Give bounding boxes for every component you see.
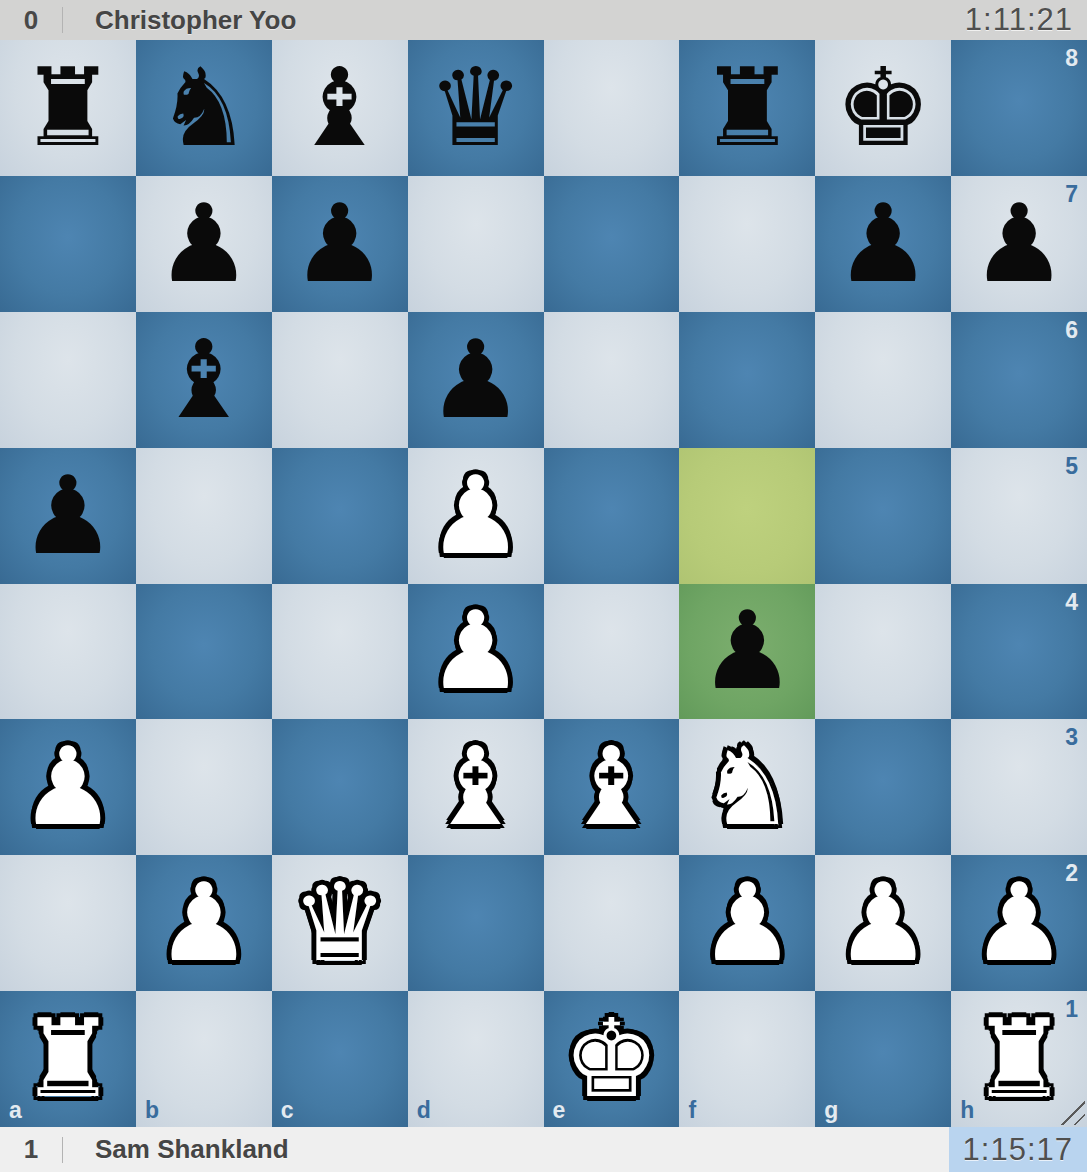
bottom-player-clock: 1:15:17	[949, 1127, 1087, 1172]
square-d6[interactable]: ♟	[408, 312, 544, 448]
black-rook[interactable]: ♜	[679, 40, 815, 176]
square-e7[interactable]	[544, 176, 680, 312]
square-e4[interactable]	[544, 584, 680, 720]
coord-rank-4: 4	[1065, 589, 1078, 616]
square-e6[interactable]	[544, 312, 680, 448]
divider	[62, 7, 63, 33]
square-g5[interactable]	[815, 448, 951, 584]
square-f8[interactable]: ♜	[679, 40, 815, 176]
square-c2[interactable]: ♛	[272, 855, 408, 991]
square-a1[interactable]: ♜a	[0, 991, 136, 1127]
square-a3[interactable]: ♟	[0, 719, 136, 855]
square-f1[interactable]: f	[679, 991, 815, 1127]
black-pawn[interactable]: ♟	[136, 176, 272, 312]
white-pawn[interactable]: ♟	[408, 448, 544, 584]
square-f2[interactable]: ♟	[679, 855, 815, 991]
white-pawn[interactable]: ♟	[408, 584, 544, 720]
top-player-bar: 0 Christopher Yoo 1:11:21	[0, 0, 1087, 40]
square-a2[interactable]	[0, 855, 136, 991]
square-g7[interactable]: ♟	[815, 176, 951, 312]
white-rook[interactable]: ♜	[951, 991, 1087, 1127]
square-b3[interactable]	[136, 719, 272, 855]
coord-file-f: f	[688, 1097, 696, 1124]
square-a5[interactable]: ♟	[0, 448, 136, 584]
square-b6[interactable]: ♝	[136, 312, 272, 448]
square-d5[interactable]: ♟	[408, 448, 544, 584]
square-e2[interactable]	[544, 855, 680, 991]
coord-rank-6: 6	[1065, 317, 1078, 344]
square-g2[interactable]: ♟	[815, 855, 951, 991]
square-g3[interactable]	[815, 719, 951, 855]
square-g8[interactable]: ♚	[815, 40, 951, 176]
square-d7[interactable]	[408, 176, 544, 312]
square-h3[interactable]: 3	[951, 719, 1087, 855]
black-pawn[interactable]: ♟	[0, 448, 136, 584]
coord-rank-3: 3	[1065, 724, 1078, 751]
square-h8[interactable]: 8	[951, 40, 1087, 176]
square-h6[interactable]: 6	[951, 312, 1087, 448]
black-rook[interactable]: ♜	[0, 40, 136, 176]
square-d2[interactable]	[408, 855, 544, 991]
square-a7[interactable]	[0, 176, 136, 312]
white-bishop[interactable]: ♝	[544, 719, 680, 855]
black-knight[interactable]: ♞	[136, 40, 272, 176]
square-a8[interactable]: ♜	[0, 40, 136, 176]
square-g1[interactable]: g	[815, 991, 951, 1127]
square-e5[interactable]	[544, 448, 680, 584]
square-d1[interactable]: d	[408, 991, 544, 1127]
square-g6[interactable]	[815, 312, 951, 448]
bottom-player-name: Sam Shankland	[95, 1134, 289, 1165]
square-c8[interactable]: ♝	[272, 40, 408, 176]
chess-board[interactable]: ♜♞♝♛♜♚8♟♟♟♟7♝♟6♟♟5♟♟4♟♝♝♞3♟♛♟♟♟2♜abcd♚ef…	[0, 40, 1087, 1127]
square-b5[interactable]	[136, 448, 272, 584]
square-a4[interactable]	[0, 584, 136, 720]
top-player-name: Christopher Yoo	[95, 5, 296, 36]
coord-file-d: d	[417, 1097, 431, 1124]
coord-file-b: b	[145, 1097, 159, 1124]
white-pawn[interactable]: ♟	[951, 855, 1087, 991]
square-e1[interactable]: ♚e	[544, 991, 680, 1127]
square-e8[interactable]	[544, 40, 680, 176]
coord-rank-5: 5	[1065, 453, 1078, 480]
top-player-score: 0	[0, 5, 62, 36]
square-h2[interactable]: ♟2	[951, 855, 1087, 991]
black-pawn[interactable]: ♟	[815, 176, 951, 312]
square-c1[interactable]: c	[272, 991, 408, 1127]
white-queen[interactable]: ♛	[272, 855, 408, 991]
square-f4[interactable]: ♟	[679, 584, 815, 720]
square-b1[interactable]: b	[136, 991, 272, 1127]
square-c5[interactable]	[272, 448, 408, 584]
square-d3[interactable]: ♝	[408, 719, 544, 855]
square-e3[interactable]: ♝	[544, 719, 680, 855]
square-f5[interactable]	[679, 448, 815, 584]
coord-rank-8: 8	[1065, 45, 1078, 72]
square-h7[interactable]: ♟7	[951, 176, 1087, 312]
white-knight[interactable]: ♞	[679, 719, 815, 855]
black-pawn[interactable]: ♟	[679, 584, 815, 720]
white-bishop[interactable]: ♝	[408, 719, 544, 855]
square-b4[interactable]	[136, 584, 272, 720]
square-c3[interactable]	[272, 719, 408, 855]
coord-file-c: c	[281, 1097, 294, 1124]
white-king[interactable]: ♚	[544, 991, 680, 1127]
bottom-player-score: 1	[0, 1134, 62, 1165]
square-b2[interactable]: ♟	[136, 855, 272, 991]
white-pawn[interactable]: ♟	[815, 855, 951, 991]
square-h1[interactable]: ♜1h	[951, 991, 1087, 1127]
square-h5[interactable]: 5	[951, 448, 1087, 584]
square-f6[interactable]	[679, 312, 815, 448]
square-h4[interactable]: 4	[951, 584, 1087, 720]
square-g4[interactable]	[815, 584, 951, 720]
square-b8[interactable]: ♞	[136, 40, 272, 176]
black-pawn[interactable]: ♟	[408, 312, 544, 448]
black-bishop[interactable]: ♝	[272, 40, 408, 176]
black-pawn[interactable]: ♟	[272, 176, 408, 312]
square-b7[interactable]: ♟	[136, 176, 272, 312]
black-bishop[interactable]: ♝	[136, 312, 272, 448]
square-d4[interactable]: ♟	[408, 584, 544, 720]
black-king[interactable]: ♚	[815, 40, 951, 176]
square-d8[interactable]: ♛	[408, 40, 544, 176]
white-pawn[interactable]: ♟	[136, 855, 272, 991]
white-rook[interactable]: ♜	[0, 991, 136, 1127]
white-pawn[interactable]: ♟	[679, 855, 815, 991]
square-a6[interactable]	[0, 312, 136, 448]
square-c4[interactable]	[272, 584, 408, 720]
square-c7[interactable]: ♟	[272, 176, 408, 312]
black-queen[interactable]: ♛	[408, 40, 544, 176]
divider	[62, 1137, 63, 1163]
coord-file-g: g	[824, 1097, 838, 1124]
black-pawn[interactable]: ♟	[951, 176, 1087, 312]
top-player-clock: 1:11:21	[951, 0, 1087, 40]
square-f3[interactable]: ♞	[679, 719, 815, 855]
square-f7[interactable]	[679, 176, 815, 312]
bottom-player-bar: 1 Sam Shankland 1:15:17	[0, 1127, 1087, 1172]
white-pawn[interactable]: ♟	[0, 719, 136, 855]
square-c6[interactable]	[272, 312, 408, 448]
